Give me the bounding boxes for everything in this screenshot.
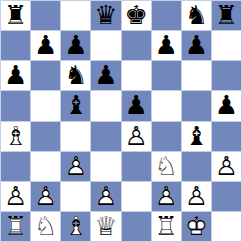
chess-board: ♜♛♚♞♜♟♟♟♟♟♞♟♝♟♟♝♗♟♙♝♟♙♞♘♟♙♟♙♟♙♟♙♟♙♟♙♜♖♞♘… <box>0 0 242 242</box>
white-piece-outline: ♙ <box>215 152 238 181</box>
square-h4[interactable] <box>212 122 241 151</box>
square-b6[interactable] <box>31 61 60 90</box>
piece-white-knight[interactable]: ♞♘ <box>31 212 60 241</box>
piece-black-pawn[interactable]: ♟ <box>61 31 90 60</box>
square-a2[interactable]: ♟♙ <box>1 182 30 211</box>
square-g8[interactable]: ♞ <box>182 1 211 30</box>
square-d8[interactable]: ♛ <box>91 1 120 30</box>
piece-black-king[interactable]: ♚ <box>122 1 151 30</box>
white-piece-outline: ♘ <box>155 152 178 181</box>
square-h2[interactable] <box>212 182 241 211</box>
chess-board-container: ♜♛♚♞♜♟♟♟♟♟♞♟♝♟♟♝♗♟♙♝♟♙♞♘♟♙♟♙♟♙♟♙♟♙♟♙♜♖♞♘… <box>0 0 242 242</box>
white-piece-outline: ♙ <box>185 182 208 211</box>
square-h8[interactable]: ♜ <box>212 1 241 30</box>
square-d5[interactable] <box>91 91 120 120</box>
square-a4[interactable]: ♝♗ <box>1 122 30 151</box>
square-d6[interactable]: ♟ <box>91 61 120 90</box>
square-f4[interactable] <box>152 122 181 151</box>
square-f1[interactable]: ♜♖ <box>152 212 181 241</box>
piece-white-pawn[interactable]: ♟♙ <box>61 152 90 181</box>
square-d1[interactable]: ♛♕ <box>91 212 120 241</box>
black-piece-glyph: ♟ <box>215 91 238 120</box>
black-piece-glyph: ♞ <box>64 61 87 90</box>
white-piece-outline: ♙ <box>4 182 27 211</box>
piece-white-bishop[interactable]: ♝♗ <box>1 122 30 151</box>
square-b7[interactable]: ♟ <box>31 31 60 60</box>
square-b2[interactable]: ♟♙ <box>31 182 60 211</box>
square-f2[interactable]: ♟♙ <box>152 182 181 211</box>
square-g5[interactable] <box>182 91 211 120</box>
square-c7[interactable]: ♟ <box>61 31 90 60</box>
white-piece-outline: ♙ <box>34 182 57 211</box>
white-piece-outline: ♘ <box>34 212 57 241</box>
piece-black-pawn[interactable]: ♟ <box>1 61 30 90</box>
piece-black-pawn[interactable]: ♟ <box>182 31 211 60</box>
piece-white-pawn[interactable]: ♟♙ <box>91 182 120 211</box>
square-f7[interactable]: ♟ <box>152 31 181 60</box>
white-piece-outline: ♙ <box>64 152 87 181</box>
square-b8[interactable] <box>31 1 60 30</box>
square-h6[interactable] <box>212 61 241 90</box>
square-f8[interactable] <box>152 1 181 30</box>
piece-black-rook[interactable]: ♜ <box>212 1 241 30</box>
square-d7[interactable] <box>91 31 120 60</box>
square-e2[interactable] <box>122 182 151 211</box>
square-a7[interactable] <box>1 31 30 60</box>
square-c3[interactable]: ♟♙ <box>61 152 90 181</box>
square-a5[interactable] <box>1 91 30 120</box>
square-e1[interactable] <box>122 212 151 241</box>
piece-white-king[interactable]: ♚♔ <box>182 212 211 241</box>
white-piece-outline: ♖ <box>4 212 27 241</box>
piece-black-knight[interactable]: ♞ <box>182 1 211 30</box>
square-e6[interactable] <box>122 61 151 90</box>
white-piece-outline: ♙ <box>155 182 178 211</box>
white-piece-outline: ♕ <box>94 212 117 241</box>
square-e7[interactable] <box>122 31 151 60</box>
white-piece-outline: ♗ <box>4 122 27 151</box>
square-g2[interactable]: ♟♙ <box>182 182 211 211</box>
piece-white-pawn[interactable]: ♟♙ <box>31 182 60 211</box>
square-c1[interactable]: ♝♗ <box>61 212 90 241</box>
square-c8[interactable] <box>61 1 90 30</box>
black-piece-glyph: ♜ <box>215 1 238 30</box>
square-c4[interactable] <box>61 122 90 151</box>
piece-white-pawn[interactable]: ♟♙ <box>122 122 151 151</box>
square-c6[interactable]: ♞ <box>61 61 90 90</box>
square-a3[interactable] <box>1 152 30 181</box>
black-piece-glyph: ♟ <box>64 31 87 60</box>
square-b4[interactable] <box>31 122 60 151</box>
piece-black-knight[interactable]: ♞ <box>61 61 90 90</box>
square-f6[interactable] <box>152 61 181 90</box>
square-h1[interactable] <box>212 212 241 241</box>
piece-black-pawn[interactable]: ♟ <box>31 31 60 60</box>
piece-white-queen[interactable]: ♛♕ <box>91 212 120 241</box>
piece-white-rook[interactable]: ♜♖ <box>1 212 30 241</box>
square-d3[interactable] <box>91 152 120 181</box>
square-e4[interactable]: ♟♙ <box>122 122 151 151</box>
white-piece-outline: ♙ <box>94 182 117 211</box>
square-c2[interactable] <box>61 182 90 211</box>
square-c5[interactable]: ♝ <box>61 91 90 120</box>
black-piece-glyph: ♟ <box>4 61 27 90</box>
square-f5[interactable] <box>152 91 181 120</box>
piece-white-bishop[interactable]: ♝♗ <box>61 212 90 241</box>
square-g3[interactable] <box>182 152 211 181</box>
piece-black-bishop[interactable]: ♝ <box>61 91 90 120</box>
square-e5[interactable]: ♟ <box>122 91 151 120</box>
square-e8[interactable]: ♚ <box>122 1 151 30</box>
piece-black-pawn[interactable]: ♟ <box>91 61 120 90</box>
piece-black-bishop[interactable]: ♝ <box>182 122 211 151</box>
white-piece-outline: ♗ <box>64 212 87 241</box>
piece-black-pawn[interactable]: ♟ <box>122 91 151 120</box>
square-b3[interactable] <box>31 152 60 181</box>
square-a1[interactable]: ♜♖ <box>1 212 30 241</box>
square-d2[interactable]: ♟♙ <box>91 182 120 211</box>
piece-black-pawn[interactable]: ♟ <box>152 31 181 60</box>
piece-white-pawn[interactable]: ♟♙ <box>152 182 181 211</box>
square-g6[interactable] <box>182 61 211 90</box>
white-piece-outline: ♖ <box>155 212 178 241</box>
piece-white-rook[interactable]: ♜♖ <box>152 212 181 241</box>
black-piece-glyph: ♟ <box>185 31 208 60</box>
black-piece-glyph: ♟ <box>34 31 57 60</box>
piece-black-queen[interactable]: ♛ <box>91 1 120 30</box>
white-piece-outline: ♔ <box>185 212 208 241</box>
black-piece-glyph: ♟ <box>155 31 178 60</box>
black-piece-glyph: ♜ <box>4 1 27 30</box>
black-piece-glyph: ♞ <box>185 1 208 30</box>
square-f3[interactable]: ♞♘ <box>152 152 181 181</box>
piece-white-pawn[interactable]: ♟♙ <box>212 152 241 181</box>
square-a6[interactable]: ♟ <box>1 61 30 90</box>
piece-black-pawn[interactable]: ♟ <box>212 91 241 120</box>
white-piece-outline: ♙ <box>124 122 147 151</box>
square-g1[interactable]: ♚♔ <box>182 212 211 241</box>
square-b1[interactable]: ♞♘ <box>31 212 60 241</box>
black-piece-glyph: ♟ <box>94 61 117 90</box>
square-g4[interactable]: ♝ <box>182 122 211 151</box>
black-piece-glyph: ♛ <box>94 1 117 30</box>
black-piece-glyph: ♝ <box>64 91 87 120</box>
square-a8[interactable]: ♜ <box>1 1 30 30</box>
black-piece-glyph: ♚ <box>124 1 147 30</box>
square-b5[interactable] <box>31 91 60 120</box>
piece-white-pawn[interactable]: ♟♙ <box>1 182 30 211</box>
square-e3[interactable] <box>122 152 151 181</box>
black-piece-glyph: ♟ <box>124 91 147 120</box>
square-h7[interactable] <box>212 31 241 60</box>
piece-white-pawn[interactable]: ♟♙ <box>182 182 211 211</box>
square-h3[interactable]: ♟♙ <box>212 152 241 181</box>
square-d4[interactable] <box>91 122 120 151</box>
piece-white-knight[interactable]: ♞♘ <box>152 152 181 181</box>
square-h5[interactable]: ♟ <box>212 91 241 120</box>
piece-black-rook[interactable]: ♜ <box>1 1 30 30</box>
black-piece-glyph: ♝ <box>185 122 208 151</box>
square-g7[interactable]: ♟ <box>182 31 211 60</box>
